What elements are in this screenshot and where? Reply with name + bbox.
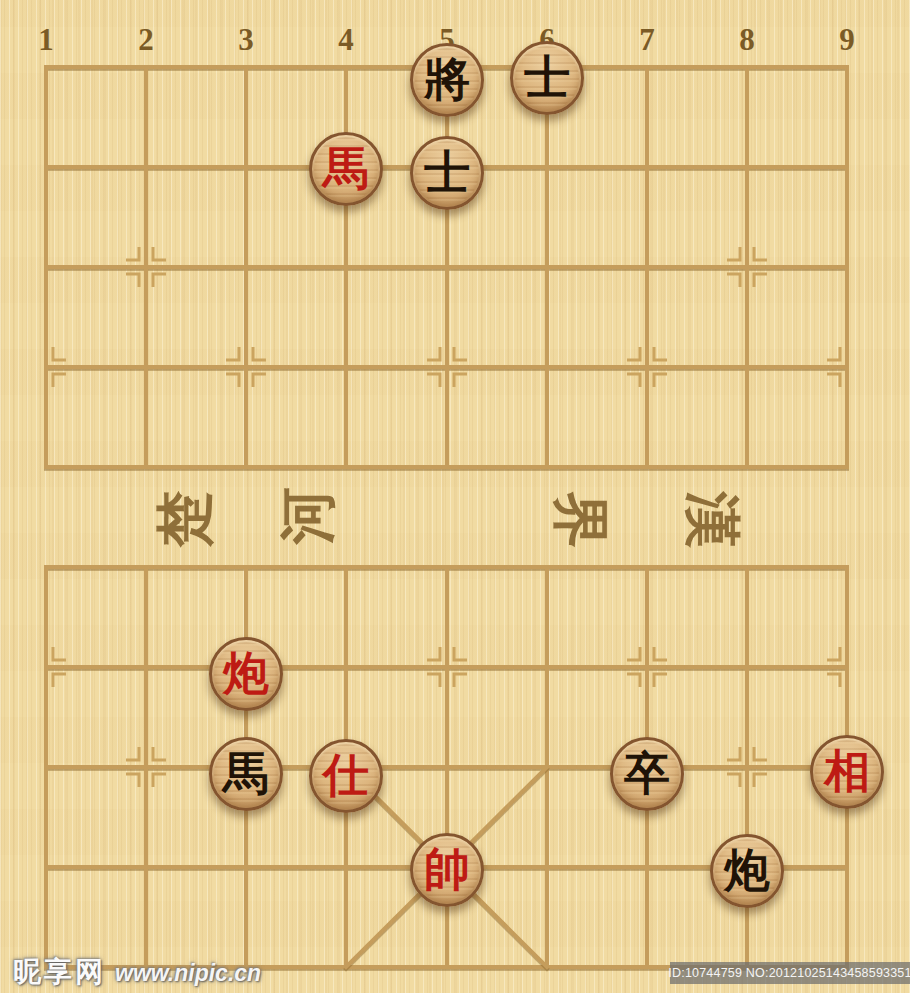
file-label-3: 3 [224, 22, 268, 58]
piece-red-cannon[interactable]: 炮 [209, 637, 283, 711]
watermark-left: 昵享网 www.nipic.cn [13, 953, 261, 991]
file-label-7: 7 [625, 22, 669, 58]
point-marker [454, 374, 467, 387]
point-marker [454, 674, 467, 687]
point-marker [427, 374, 440, 387]
point-marker [754, 747, 767, 760]
river-char-楚: 楚 [149, 483, 221, 555]
piece-glyph: 仕 [323, 753, 369, 799]
piece-glyph: 馬 [223, 751, 269, 797]
piece-black-general[interactable]: 將 [410, 43, 484, 117]
point-marker [253, 374, 266, 387]
watermark-site-name: 昵享网 [13, 953, 106, 991]
point-marker [153, 747, 166, 760]
point-marker [153, 274, 166, 287]
watermark-site-url: www.nipic.cn [115, 960, 261, 987]
point-marker [654, 647, 667, 660]
point-marker [126, 247, 139, 260]
watermark-id-text: ID:10744759 NO:20121025143458593351 [668, 966, 910, 980]
point-marker [153, 247, 166, 260]
point-marker [727, 747, 740, 760]
file-label-4: 4 [324, 22, 368, 58]
point-marker [126, 274, 139, 287]
piece-glyph: 相 [824, 749, 870, 795]
point-marker [727, 247, 740, 260]
point-marker [627, 647, 640, 660]
piece-glyph: 馬 [323, 146, 369, 192]
piece-glyph: 炮 [223, 651, 269, 697]
point-marker [126, 747, 139, 760]
point-marker [226, 347, 239, 360]
point-marker [754, 274, 767, 287]
point-marker [126, 774, 139, 787]
point-marker [454, 647, 467, 660]
point-marker [427, 647, 440, 660]
point-marker [827, 374, 840, 387]
point-marker [654, 674, 667, 687]
point-marker [153, 774, 166, 787]
point-marker [53, 374, 66, 387]
point-marker [53, 347, 66, 360]
point-marker [654, 374, 667, 387]
point-marker [754, 774, 767, 787]
piece-black-advisor-a[interactable]: 士 [510, 41, 584, 115]
piece-black-soldier[interactable]: 卒 [610, 737, 684, 811]
piece-glyph: 士 [524, 55, 570, 101]
piece-glyph: 卒 [624, 751, 670, 797]
point-marker [627, 674, 640, 687]
piece-glyph: 炮 [724, 848, 770, 894]
point-marker [226, 374, 239, 387]
river-char-漢: 漢 [676, 484, 748, 556]
point-marker [627, 374, 640, 387]
piece-glyph: 士 [424, 150, 470, 196]
point-marker [654, 347, 667, 360]
xiangqi-board: 123456789 楚河界漢 將士馬士炮馬仕卒相帥炮 昵享网 www.nipic… [0, 0, 910, 993]
watermark-id-bar: ID:10744759 NO:20121025143458593351 [670, 962, 910, 984]
piece-red-advisor[interactable]: 仕 [309, 739, 383, 813]
file-label-2: 2 [124, 22, 168, 58]
piece-red-elephant[interactable]: 相 [810, 735, 884, 809]
point-marker [53, 647, 66, 660]
river-char-河: 河 [272, 480, 344, 552]
piece-glyph: 將 [424, 57, 470, 103]
point-marker [454, 347, 467, 360]
point-marker [827, 674, 840, 687]
point-marker [827, 347, 840, 360]
point-marker [253, 347, 266, 360]
piece-black-cannon[interactable]: 炮 [710, 834, 784, 908]
point-marker [53, 674, 66, 687]
piece-red-general[interactable]: 帥 [410, 833, 484, 907]
file-label-1: 1 [24, 22, 68, 58]
piece-black-horse[interactable]: 馬 [209, 737, 283, 811]
point-marker [827, 647, 840, 660]
piece-black-advisor-b[interactable]: 士 [410, 136, 484, 210]
point-marker [754, 247, 767, 260]
point-marker [627, 347, 640, 360]
point-marker [427, 347, 440, 360]
file-label-9: 9 [825, 22, 869, 58]
point-marker [727, 274, 740, 287]
river-char-界: 界 [544, 484, 616, 556]
piece-red-horse[interactable]: 馬 [309, 132, 383, 206]
point-marker [727, 774, 740, 787]
point-marker [427, 674, 440, 687]
file-label-8: 8 [725, 22, 769, 58]
piece-glyph: 帥 [424, 847, 470, 893]
